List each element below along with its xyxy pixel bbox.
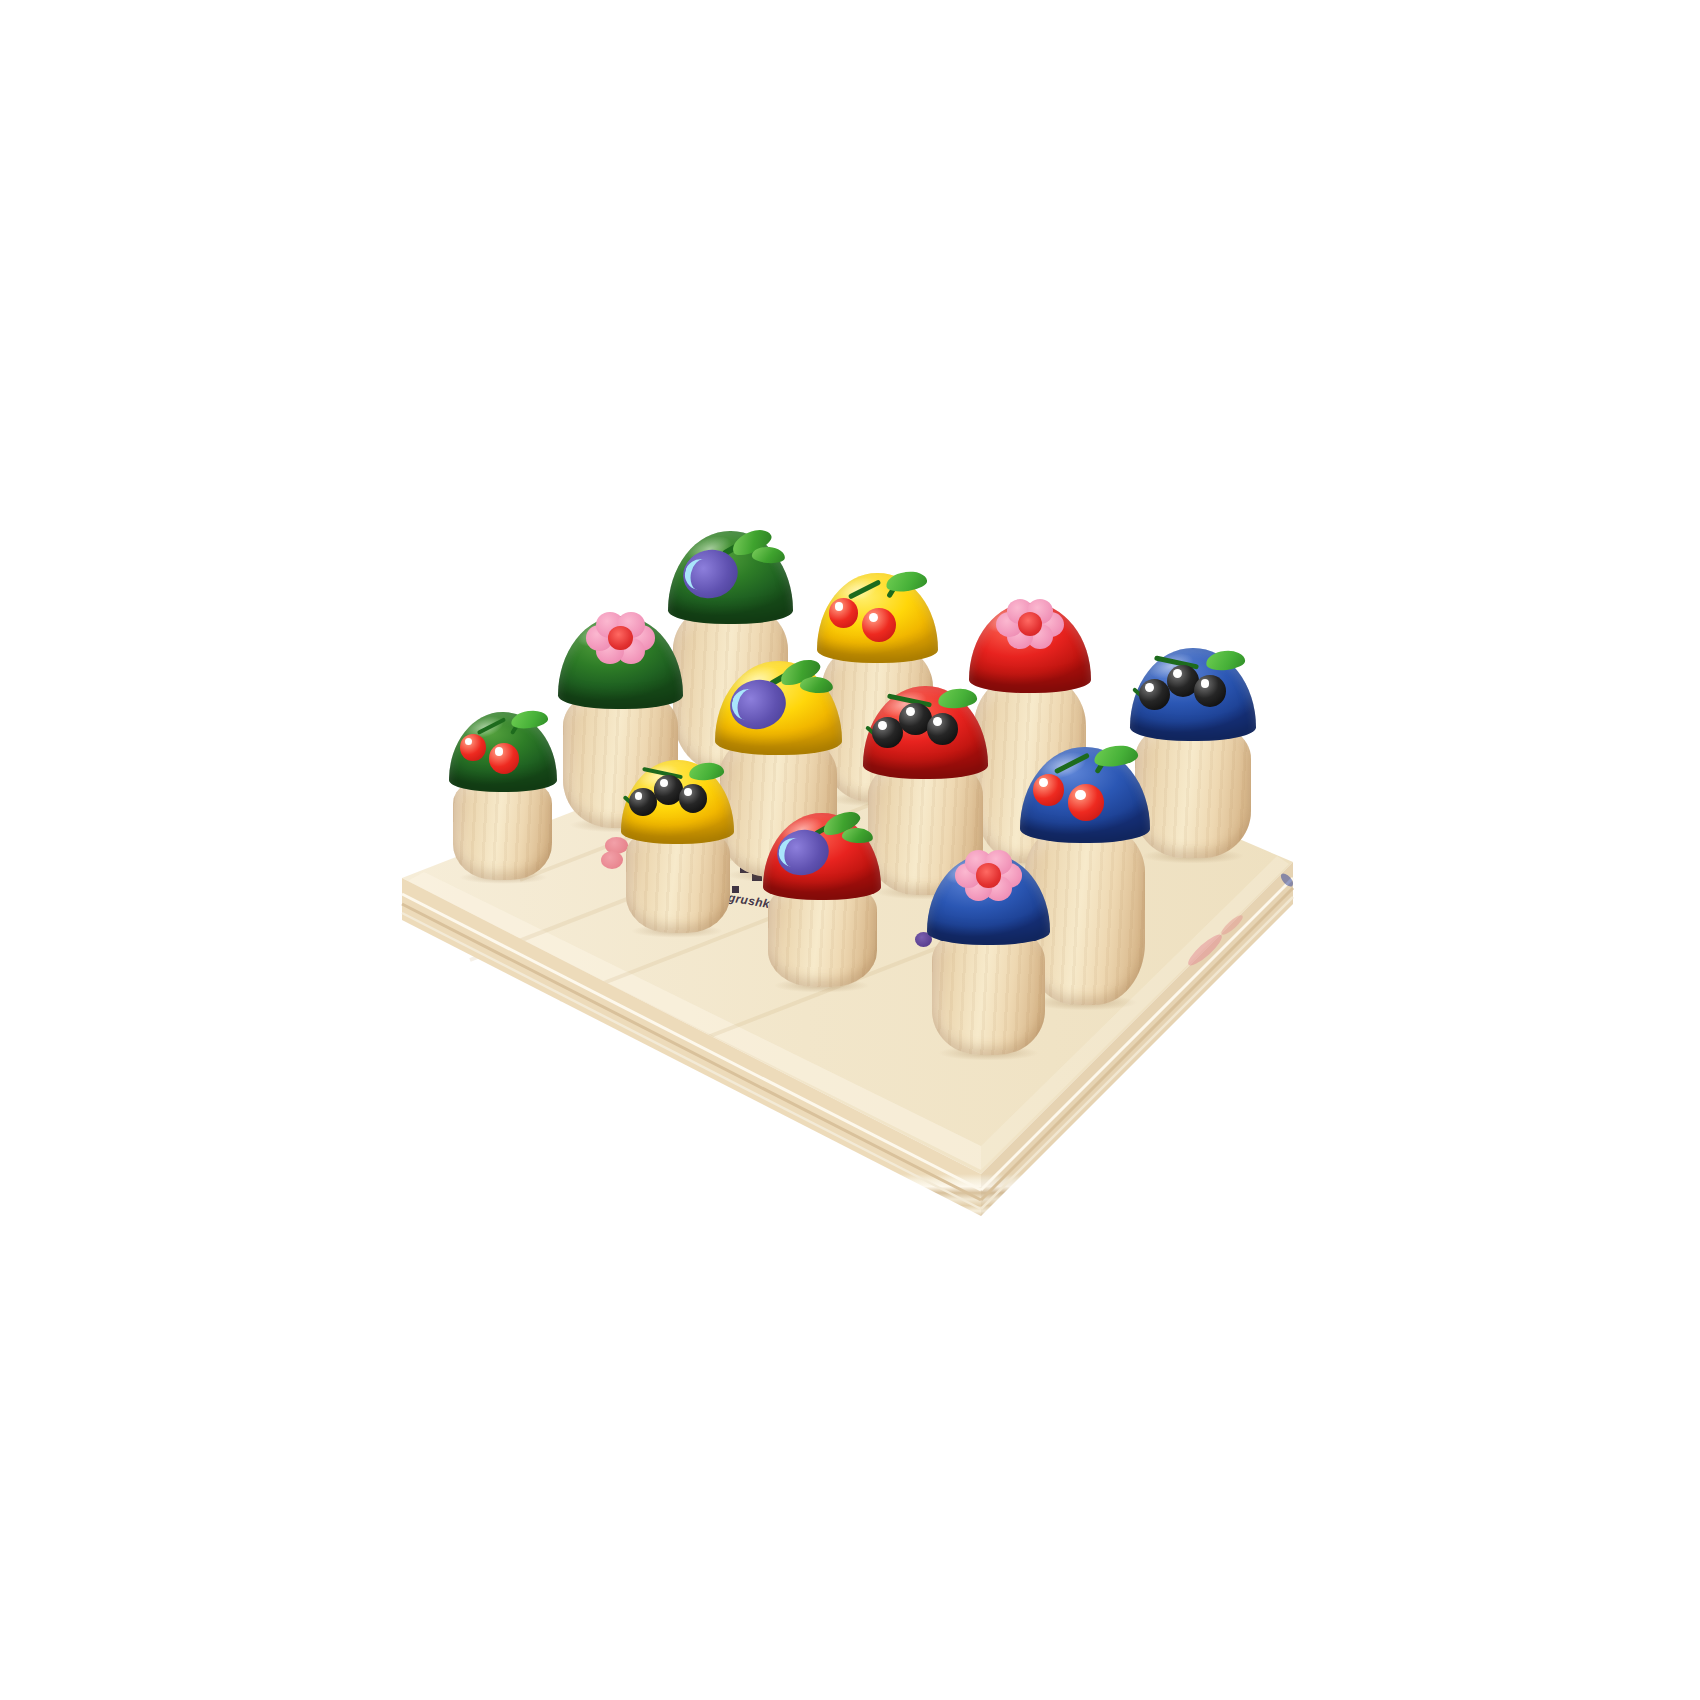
green-cap — [668, 531, 793, 624]
blue-cap — [1020, 747, 1150, 843]
mushroom-r3c2-yellow-currants[interactable] — [621, 760, 734, 933]
product-photo-scene: igrushka — [0, 0, 1700, 1700]
cherry-stem — [1053, 753, 1089, 775]
mushroom-r3c4-blue-flower[interactable] — [927, 854, 1050, 1055]
currant-leaf-icon — [688, 761, 725, 781]
red-cap — [763, 813, 881, 900]
flower-center — [976, 863, 1000, 887]
flower-icon — [957, 851, 1021, 904]
blue-cap — [927, 854, 1050, 945]
plum-decoration — [668, 531, 793, 624]
flower-icon — [998, 600, 1061, 652]
flower-decoration — [558, 616, 683, 709]
blackcurrant-icon — [679, 784, 707, 813]
cherry-leaf-icon — [510, 709, 549, 731]
flower-center — [608, 626, 633, 651]
currants-decoration — [621, 760, 734, 844]
red-cap — [863, 686, 988, 779]
blue-cap — [1130, 648, 1256, 741]
cherry-icon — [862, 608, 896, 642]
cherry-leaf-icon — [885, 569, 928, 593]
plum-decoration — [763, 813, 881, 900]
cherry-leaf-icon — [1093, 743, 1140, 769]
cherry-stem — [848, 579, 881, 599]
green-cap — [558, 616, 683, 709]
red-cap — [969, 603, 1091, 693]
cherry-icon — [1033, 774, 1064, 806]
printed-flower-petal — [601, 851, 623, 869]
flower-decoration — [969, 603, 1091, 693]
plum-decoration — [715, 661, 842, 755]
mushroom-r3c3-red-plum[interactable] — [763, 813, 881, 987]
cherry-icon — [1068, 784, 1104, 820]
yellow-cap — [715, 661, 842, 755]
cherry-icon — [460, 734, 486, 760]
cherries-decoration — [817, 573, 938, 663]
plum-leaf-icon — [800, 676, 834, 694]
mushroom-r3c1-green-cherries[interactable] — [449, 712, 557, 880]
blackcurrant-icon — [1194, 675, 1226, 707]
cherry-icon — [829, 598, 858, 628]
cherries-decoration — [449, 712, 557, 792]
green-cap — [449, 712, 557, 792]
blackcurrant-icon — [629, 788, 657, 817]
currants-decoration — [1130, 648, 1256, 741]
blackcurrant-icon — [1139, 679, 1171, 711]
cherries-decoration — [1020, 747, 1150, 843]
yellow-cap — [817, 573, 938, 663]
flower-icon — [588, 613, 653, 667]
cherry-stem — [477, 717, 507, 735]
yellow-cap — [621, 760, 734, 844]
cherry-icon — [489, 743, 519, 773]
flower-decoration — [927, 854, 1050, 945]
currant-leaf-icon — [1205, 649, 1246, 672]
plum-leaf-icon — [751, 546, 785, 564]
currant-leaf-icon — [937, 687, 977, 710]
plum-leaf-icon — [842, 827, 874, 844]
blackcurrant-icon — [927, 713, 958, 745]
currants-decoration — [863, 686, 988, 779]
